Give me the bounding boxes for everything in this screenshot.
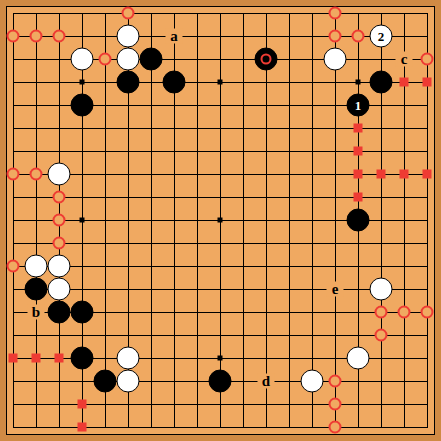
- red-square-marker: [354, 193, 363, 202]
- star-point: [218, 356, 223, 361]
- white-stone: [370, 278, 393, 301]
- red-circle-marker: [329, 398, 342, 411]
- grid-line-vertical: [335, 13, 336, 428]
- red-square-marker: [400, 170, 409, 179]
- red-circle-marker: [329, 7, 342, 20]
- red-circle-marker: [122, 7, 135, 20]
- red-square-marker: [78, 400, 87, 409]
- white-stone: [301, 370, 324, 393]
- white-stone: [324, 48, 347, 71]
- grid-line-horizontal: [13, 427, 428, 428]
- red-circle-marker: [99, 53, 112, 66]
- white-stone: [48, 255, 71, 278]
- white-stone: [48, 163, 71, 186]
- white-stone: [347, 347, 370, 370]
- white-stone: [71, 48, 94, 71]
- black-stone: [71, 301, 94, 324]
- red-circle-marker: [30, 30, 43, 43]
- red-square-marker: [354, 170, 363, 179]
- black-stone: [94, 370, 117, 393]
- red-circle-marker: [329, 30, 342, 43]
- grid-line-vertical: [243, 13, 244, 428]
- white-stone: [25, 255, 48, 278]
- black-stone: [25, 278, 48, 301]
- black-stone: [255, 48, 278, 71]
- red-circle-marker: [329, 421, 342, 434]
- grid-line-vertical: [404, 13, 405, 428]
- red-circle-marker: [375, 329, 388, 342]
- red-square-marker: [9, 354, 18, 363]
- point-label-d: d: [258, 374, 275, 389]
- stone-number: 1: [355, 99, 362, 112]
- white-stone: [117, 25, 140, 48]
- red-circle-marker: [7, 30, 20, 43]
- white-stone: 2: [370, 25, 393, 48]
- red-circle-marker: [421, 53, 434, 66]
- black-stone: [117, 71, 140, 94]
- white-stone: [117, 347, 140, 370]
- red-circle-marker: [7, 260, 20, 273]
- red-circle-marker: [53, 30, 66, 43]
- black-stone: [71, 94, 94, 117]
- red-circle-marker: [421, 306, 434, 319]
- grid-line-vertical: [289, 13, 290, 428]
- grid-line-horizontal: [13, 335, 428, 336]
- red-square-marker: [400, 78, 409, 87]
- grid-line-horizontal: [13, 404, 428, 405]
- black-stone: [370, 71, 393, 94]
- white-stone: [117, 48, 140, 71]
- point-label-b: b: [28, 305, 45, 320]
- black-stone: [347, 209, 370, 232]
- red-square-marker: [423, 78, 432, 87]
- red-circle-marker: [375, 306, 388, 319]
- grid-line-horizontal: [13, 289, 428, 290]
- red-square-marker: [354, 147, 363, 156]
- white-stone: [117, 370, 140, 393]
- go-board: 21abcde: [0, 0, 441, 441]
- red-circle-marker: [329, 375, 342, 388]
- star-point: [356, 80, 361, 85]
- red-square-marker: [354, 124, 363, 133]
- black-stone: [209, 370, 232, 393]
- red-circle-marker: [53, 237, 66, 250]
- grid-line-vertical: [427, 13, 428, 428]
- black-stone: [71, 347, 94, 370]
- red-circle-marker: [398, 306, 411, 319]
- star-point: [80, 218, 85, 223]
- red-square-marker: [423, 170, 432, 179]
- grid-line-vertical: [266, 13, 267, 428]
- stone-number: 2: [378, 30, 385, 43]
- red-square-marker: [32, 354, 41, 363]
- red-circle-marker: [53, 214, 66, 227]
- red-circle-marker: [30, 168, 43, 181]
- grid-line-horizontal: [13, 243, 428, 244]
- red-circle-marker: [53, 191, 66, 204]
- grid-line-horizontal: [13, 266, 428, 267]
- grid-line-vertical: [312, 13, 313, 428]
- red-square-marker: [78, 423, 87, 432]
- star-point: [80, 80, 85, 85]
- circle-mark-on-stone: [261, 54, 272, 65]
- red-square-marker: [377, 170, 386, 179]
- black-stone: [163, 71, 186, 94]
- point-label-a: a: [166, 29, 183, 44]
- star-point: [218, 80, 223, 85]
- point-label-e: e: [327, 282, 344, 297]
- point-label-c: c: [396, 52, 413, 67]
- red-circle-marker: [7, 168, 20, 181]
- red-circle-marker: [352, 30, 365, 43]
- black-stone: 1: [347, 94, 370, 117]
- red-square-marker: [55, 354, 64, 363]
- black-stone: [48, 301, 71, 324]
- white-stone: [48, 278, 71, 301]
- star-point: [218, 218, 223, 223]
- black-stone: [140, 48, 163, 71]
